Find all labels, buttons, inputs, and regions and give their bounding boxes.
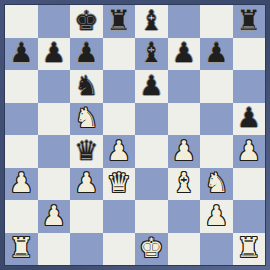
- square-c4[interactable]: ♛: [70, 135, 103, 168]
- square-b1[interactable]: [38, 233, 71, 266]
- piece-white-pawn[interactable]: ♟: [237, 137, 261, 164]
- square-c7[interactable]: ♟: [70, 38, 103, 71]
- piece-white-pawn[interactable]: ♟: [204, 202, 228, 229]
- square-c3[interactable]: ♟: [70, 168, 103, 201]
- square-g3[interactable]: ♞: [200, 168, 233, 201]
- square-b7[interactable]: ♟: [38, 38, 71, 71]
- piece-white-knight[interactable]: ♞: [74, 104, 98, 131]
- square-e5[interactable]: [135, 103, 168, 136]
- square-f1[interactable]: [168, 233, 201, 266]
- piece-black-pawn[interactable]: ♟: [237, 104, 261, 131]
- square-h8[interactable]: ♜: [233, 5, 266, 38]
- square-d5[interactable]: [103, 103, 136, 136]
- piece-black-pawn[interactable]: ♟: [42, 39, 66, 66]
- square-a1[interactable]: ♜: [5, 233, 38, 266]
- square-b8[interactable]: [38, 5, 71, 38]
- square-d6[interactable]: [103, 70, 136, 103]
- square-d8[interactable]: ♜: [103, 5, 136, 38]
- square-f8[interactable]: [168, 5, 201, 38]
- piece-black-bishop[interactable]: ♝: [139, 7, 163, 34]
- board-grid: ♚♜♝♜♟♟♟♝♟♟♞♟♞♟♛♟♟♟♟♟♛♝♞♟♟♜♚♜: [5, 5, 265, 265]
- piece-black-rook[interactable]: ♜: [107, 7, 131, 34]
- square-e7[interactable]: ♝: [135, 38, 168, 71]
- square-a7[interactable]: ♟: [5, 38, 38, 71]
- piece-white-knight[interactable]: ♞: [204, 169, 228, 196]
- square-c8[interactable]: ♚: [70, 5, 103, 38]
- square-g6[interactable]: [200, 70, 233, 103]
- piece-white-king[interactable]: ♚: [139, 234, 163, 261]
- piece-white-rook[interactable]: ♜: [237, 234, 261, 261]
- piece-white-rook[interactable]: ♜: [9, 234, 33, 261]
- square-c2[interactable]: [70, 200, 103, 233]
- square-d1[interactable]: [103, 233, 136, 266]
- piece-black-bishop[interactable]: ♝: [139, 39, 163, 66]
- square-c5[interactable]: ♞: [70, 103, 103, 136]
- square-d2[interactable]: [103, 200, 136, 233]
- square-a5[interactable]: [5, 103, 38, 136]
- piece-black-knight[interactable]: ♞: [74, 72, 98, 99]
- piece-white-pawn[interactable]: ♟: [42, 202, 66, 229]
- square-a6[interactable]: [5, 70, 38, 103]
- square-h4[interactable]: ♟: [233, 135, 266, 168]
- square-g8[interactable]: [200, 5, 233, 38]
- square-f2[interactable]: [168, 200, 201, 233]
- piece-white-bishop[interactable]: ♝: [172, 169, 196, 196]
- square-g1[interactable]: [200, 233, 233, 266]
- square-e2[interactable]: [135, 200, 168, 233]
- piece-white-pawn[interactable]: ♟: [9, 169, 33, 196]
- piece-white-pawn[interactable]: ♟: [74, 169, 98, 196]
- square-b3[interactable]: [38, 168, 71, 201]
- square-a8[interactable]: [5, 5, 38, 38]
- square-h7[interactable]: [233, 38, 266, 71]
- square-h5[interactable]: ♟: [233, 103, 266, 136]
- square-e6[interactable]: ♟: [135, 70, 168, 103]
- piece-black-pawn[interactable]: ♟: [74, 39, 98, 66]
- square-g4[interactable]: [200, 135, 233, 168]
- square-h3[interactable]: [233, 168, 266, 201]
- square-g7[interactable]: ♟: [200, 38, 233, 71]
- piece-black-pawn[interactable]: ♟: [139, 72, 163, 99]
- square-c1[interactable]: [70, 233, 103, 266]
- piece-black-rook[interactable]: ♜: [237, 7, 261, 34]
- square-c6[interactable]: ♞: [70, 70, 103, 103]
- square-b4[interactable]: [38, 135, 71, 168]
- piece-white-pawn[interactable]: ♟: [107, 137, 131, 164]
- piece-white-pawn[interactable]: ♟: [172, 137, 196, 164]
- square-e4[interactable]: [135, 135, 168, 168]
- square-f5[interactable]: [168, 103, 201, 136]
- square-f4[interactable]: ♟: [168, 135, 201, 168]
- piece-black-pawn[interactable]: ♟: [204, 39, 228, 66]
- square-b5[interactable]: [38, 103, 71, 136]
- square-e8[interactable]: ♝: [135, 5, 168, 38]
- square-f3[interactable]: ♝: [168, 168, 201, 201]
- square-a3[interactable]: ♟: [5, 168, 38, 201]
- piece-black-pawn[interactable]: ♟: [9, 39, 33, 66]
- square-g2[interactable]: ♟: [200, 200, 233, 233]
- square-h2[interactable]: [233, 200, 266, 233]
- square-d7[interactable]: [103, 38, 136, 71]
- piece-black-queen[interactable]: ♛: [74, 137, 98, 164]
- square-d4[interactable]: ♟: [103, 135, 136, 168]
- square-f7[interactable]: ♟: [168, 38, 201, 71]
- square-g5[interactable]: [200, 103, 233, 136]
- square-e1[interactable]: ♚: [135, 233, 168, 266]
- piece-black-king[interactable]: ♚: [74, 7, 98, 34]
- square-e3[interactable]: [135, 168, 168, 201]
- chess-board: ♚♜♝♜♟♟♟♝♟♟♞♟♞♟♛♟♟♟♟♟♛♝♞♟♟♜♚♜: [0, 0, 270, 270]
- square-b6[interactable]: [38, 70, 71, 103]
- square-d3[interactable]: ♛: [103, 168, 136, 201]
- square-h6[interactable]: [233, 70, 266, 103]
- square-f6[interactable]: [168, 70, 201, 103]
- square-h1[interactable]: ♜: [233, 233, 266, 266]
- piece-white-queen[interactable]: ♛: [107, 169, 131, 196]
- piece-black-pawn[interactable]: ♟: [172, 39, 196, 66]
- square-a2[interactable]: [5, 200, 38, 233]
- square-b2[interactable]: ♟: [38, 200, 71, 233]
- square-a4[interactable]: [5, 135, 38, 168]
